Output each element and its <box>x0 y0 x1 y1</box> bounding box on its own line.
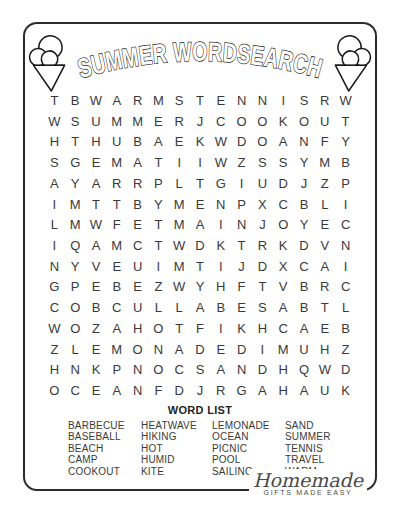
grid-cell: Z <box>314 173 335 194</box>
grid-cell: V <box>86 256 107 277</box>
grid-cell: H <box>210 277 231 298</box>
grid-cell: M <box>148 90 169 111</box>
grid-cell: M <box>106 235 127 256</box>
grid-cell: Q <box>65 235 86 256</box>
grid-cell: N <box>44 256 65 277</box>
grid-cell: O <box>252 131 273 152</box>
grid-cell: U <box>314 111 335 132</box>
grid-cell: Z <box>44 339 65 360</box>
word-list-item: HOT <box>141 443 197 454</box>
grid-cell: W <box>169 277 190 298</box>
grid-cell: Y <box>190 277 211 298</box>
grid-cell: M <box>169 194 190 215</box>
grid-cell: M <box>106 111 127 132</box>
grid-cell: W <box>86 214 107 235</box>
grid-cell: Z <box>86 318 107 339</box>
grid-cell: M <box>106 152 127 173</box>
grid-cell: E <box>148 111 169 132</box>
grid-cell: E <box>231 297 252 318</box>
word-list-item: HUMID <box>141 454 197 465</box>
grid-cell: F <box>190 318 211 339</box>
grid-cell: G <box>231 380 252 401</box>
grid-cell: M <box>65 194 86 215</box>
grid-cell: T <box>86 194 107 215</box>
grid-cell: X <box>252 194 273 215</box>
word-list-item: CAMP <box>68 454 125 465</box>
grid-cell: B <box>127 194 148 215</box>
grid-cell: A <box>273 297 294 318</box>
grid-cell: H <box>127 318 148 339</box>
grid-cell: K <box>273 235 294 256</box>
grid-cell: L <box>148 297 169 318</box>
grid-cell: T <box>148 214 169 235</box>
grid-cell: N <box>252 90 273 111</box>
word-list-column: HEATWAVEHIKINGHOTHUMIDKITE <box>141 420 197 477</box>
grid-cell: C <box>106 297 127 318</box>
grid-cell: T <box>231 235 252 256</box>
grid-cell: U <box>252 173 273 194</box>
title-arc: SUMMER WORDSEARCH <box>70 27 330 89</box>
grid-cell: D <box>252 256 273 277</box>
grid-cell: T <box>65 131 86 152</box>
ice-cream-cone-icon-left <box>26 33 73 94</box>
grid-cell: O <box>294 111 315 132</box>
grid-cell: B <box>335 318 356 339</box>
grid-cell: N <box>210 194 231 215</box>
grid-cell: T <box>169 318 190 339</box>
grid-cell: E <box>106 256 127 277</box>
grid-cell: X <box>273 256 294 277</box>
grid-cell: T <box>148 152 169 173</box>
grid-cell: R <box>314 277 335 298</box>
grid-cell: W <box>44 318 65 339</box>
grid-cell: M <box>273 339 294 360</box>
grid-cell: C <box>169 360 190 381</box>
grid-cell: T <box>252 277 273 298</box>
grid-cell: O <box>127 339 148 360</box>
grid-cell: A <box>86 235 107 256</box>
grid-cell: B <box>210 297 231 318</box>
grid-cell: F <box>231 277 252 298</box>
grid-cell: H <box>44 131 65 152</box>
grid-cell: G <box>210 173 231 194</box>
word-list-item: TENNIS <box>285 443 331 454</box>
grid-cell: N <box>335 235 356 256</box>
grid-cell: E <box>314 214 335 235</box>
grid-cell: A <box>294 318 315 339</box>
grid-cell: J <box>231 256 252 277</box>
grid-cell: P <box>106 360 127 381</box>
grid-cell: E <box>210 339 231 360</box>
grid-cell: I <box>335 256 356 277</box>
grid-cell: A <box>190 214 211 235</box>
grid-cell: D <box>335 360 356 381</box>
grid-cell: E <box>86 339 107 360</box>
grid-cell: O <box>65 297 86 318</box>
word-list-item: HEATWAVE <box>141 420 197 431</box>
grid-cell: N <box>65 360 86 381</box>
grid-cell: Y <box>294 152 315 173</box>
grid-cell: B <box>65 90 86 111</box>
grid-cell: A <box>106 90 127 111</box>
grid-cell: A <box>314 256 335 277</box>
word-list-item: BARBECUE <box>68 420 125 431</box>
grid-cell: U <box>127 297 148 318</box>
grid-cell: U <box>86 111 107 132</box>
grid-cell: D <box>190 235 211 256</box>
letter-grid: TBWARMSTENNISRWWSUMMERJCOOKOUTHTHUBAEKWD… <box>44 90 356 401</box>
grid-cell: C <box>127 235 148 256</box>
grid-cell: M <box>65 214 86 235</box>
grid-cell: L <box>65 339 86 360</box>
grid-cell: R <box>169 111 190 132</box>
grid-cell: Z <box>335 339 356 360</box>
grid-cell: K <box>273 111 294 132</box>
svg-text:SUMMER WORDSEARCH: SUMMER WORDSEARCH <box>74 37 325 84</box>
grid-cell: A <box>44 173 65 194</box>
grid-cell: L <box>169 297 190 318</box>
grid-cell: Y <box>294 214 315 235</box>
grid-cell: N <box>231 214 252 235</box>
grid-cell: W <box>335 90 356 111</box>
grid-cell: A <box>127 152 148 173</box>
grid-cell: S <box>252 152 273 173</box>
grid-cell: N <box>294 131 315 152</box>
worksheet-page: SUMMER WORDSEARCH TBWARMSTENNISRWWSUMMER… <box>0 0 400 518</box>
grid-cell: W <box>86 90 107 111</box>
word-list-item: OCEAN <box>212 431 270 442</box>
grid-cell: O <box>65 318 86 339</box>
grid-cell: Z <box>148 277 169 298</box>
grid-cell: O <box>252 111 273 132</box>
grid-cell: C <box>65 380 86 401</box>
grid-cell: J <box>190 380 211 401</box>
grid-cell: H <box>273 360 294 381</box>
grid-cell: B <box>127 131 148 152</box>
grid-cell: B <box>294 277 315 298</box>
grid-cell: T <box>335 111 356 132</box>
word-list-header: WORD LIST <box>23 404 377 416</box>
grid-cell: A <box>106 380 127 401</box>
grid-cell: H <box>314 339 335 360</box>
grid-cell: N <box>127 360 148 381</box>
grid-cell: D <box>231 131 252 152</box>
grid-cell: A <box>148 131 169 152</box>
grid-cell: U <box>106 131 127 152</box>
grid-cell: S <box>190 360 211 381</box>
grid-cell: S <box>169 90 190 111</box>
grid-cell: I <box>210 214 231 235</box>
grid-cell: H <box>252 318 273 339</box>
ice-cream-cone-icon-right <box>328 33 375 94</box>
grid-cell: A <box>210 360 231 381</box>
grid-cell: C <box>335 277 356 298</box>
grid-cell: D <box>190 339 211 360</box>
grid-cell: P <box>65 277 86 298</box>
word-list-item: POOL <box>212 454 270 465</box>
grid-cell: I <box>210 256 231 277</box>
grid-cell: Y <box>65 256 86 277</box>
grid-cell: L <box>335 297 356 318</box>
grid-cell: S <box>294 90 315 111</box>
word-list-item: COOKOUT <box>68 466 125 477</box>
grid-cell: I <box>190 152 211 173</box>
grid-cell: C <box>210 111 231 132</box>
word-list-item: SAND <box>285 420 331 431</box>
grid-cell: T <box>148 235 169 256</box>
grid-cell: W <box>44 111 65 132</box>
grid-cell: A <box>169 339 190 360</box>
grid-cell: I <box>273 90 294 111</box>
grid-cell: E <box>210 90 231 111</box>
grid-cell: B <box>294 194 315 215</box>
grid-cell: O <box>231 111 252 132</box>
grid-cell: S <box>252 297 273 318</box>
grid-cell: F <box>148 380 169 401</box>
grid-cell: H <box>44 360 65 381</box>
grid-cell: T <box>190 256 211 277</box>
word-list-item: KITE <box>141 466 197 477</box>
word-list-item: SUMMER <box>285 431 331 442</box>
grid-cell: M <box>169 214 190 235</box>
grid-cell: I <box>252 339 273 360</box>
grid-cell: Z <box>231 152 252 173</box>
word-list-item: HIKING <box>141 431 197 442</box>
grid-cell: N <box>148 339 169 360</box>
grid-cell: B <box>335 152 356 173</box>
grid-cell: J <box>190 111 211 132</box>
grid-cell: L <box>169 173 190 194</box>
grid-cell: Y <box>148 194 169 215</box>
grid-cell: I <box>210 318 231 339</box>
grid-cell: F <box>106 214 127 235</box>
grid-cell: V <box>314 235 335 256</box>
grid-cell: B <box>106 277 127 298</box>
grid-cell: R <box>127 90 148 111</box>
grid-cell: I <box>44 194 65 215</box>
grid-cell: M <box>169 256 190 277</box>
grid-cell: E <box>86 380 107 401</box>
grid-cell: J <box>252 214 273 235</box>
grid-cell: D <box>231 339 252 360</box>
grid-cell: M <box>127 111 148 132</box>
grid-cell: C <box>44 297 65 318</box>
grid-cell: M <box>314 152 335 173</box>
grid-cell: K <box>335 380 356 401</box>
grid-cell: S <box>273 152 294 173</box>
word-list-item: BASEBALL <box>68 431 125 442</box>
grid-cell: T <box>106 194 127 215</box>
grid-cell: E <box>86 277 107 298</box>
brand-logo: Homemade GIFTS MADE EASY <box>249 469 367 505</box>
grid-cell: R <box>127 173 148 194</box>
title-banner: SUMMER WORDSEARCH <box>28 27 372 91</box>
brand-tagline: GIFTS MADE EASY <box>249 489 367 496</box>
grid-cell: K <box>231 318 252 339</box>
grid-cell: Q <box>294 360 315 381</box>
grid-cell: D <box>294 235 315 256</box>
grid-cell: U <box>294 339 315 360</box>
grid-cell: K <box>210 235 231 256</box>
word-list-item: TRAVEL <box>285 454 331 465</box>
grid-cell: P <box>148 173 169 194</box>
grid-cell: R <box>106 173 127 194</box>
grid-cell: E <box>86 152 107 173</box>
grid-cell: N <box>231 360 252 381</box>
grid-cell: T <box>190 173 211 194</box>
grid-cell: A <box>190 297 211 318</box>
grid-cell: T <box>44 90 65 111</box>
grid-cell: A <box>106 318 127 339</box>
grid-cell: C <box>273 194 294 215</box>
grid-cell: T <box>190 90 211 111</box>
grid-cell: R <box>210 380 231 401</box>
grid-cell: W <box>210 131 231 152</box>
grid-cell: E <box>127 214 148 235</box>
grid-cell: A <box>294 380 315 401</box>
page-title: SUMMER WORDSEARCH <box>74 37 325 84</box>
grid-cell: O <box>273 214 294 235</box>
grid-cell: B <box>294 297 315 318</box>
grid-cell: B <box>86 297 107 318</box>
grid-cell: U <box>314 380 335 401</box>
word-list-column: BARBECUEBASEBALLBEACHCAMPCOOKOUT <box>68 420 125 477</box>
grid-cell: I <box>44 235 65 256</box>
grid-cell: O <box>148 318 169 339</box>
grid-cell: E <box>169 131 190 152</box>
grid-cell: A <box>273 131 294 152</box>
grid-cell: E <box>127 277 148 298</box>
grid-cell: Y <box>65 173 86 194</box>
grid-cell: A <box>86 173 107 194</box>
grid-cell: F <box>314 131 335 152</box>
grid-cell: H <box>86 131 107 152</box>
grid-cell: L <box>44 214 65 235</box>
grid-cell: S <box>44 152 65 173</box>
grid-cell: N <box>127 380 148 401</box>
word-list-item: LEMONADE <box>212 420 270 431</box>
grid-cell: D <box>252 360 273 381</box>
grid-cell: E <box>190 194 211 215</box>
grid-cell: P <box>335 173 356 194</box>
grid-cell: I <box>169 152 190 173</box>
brand-name: Homemade <box>249 470 367 490</box>
word-list-item: BEACH <box>68 443 125 454</box>
grid-cell: V <box>273 277 294 298</box>
grid-cell: D <box>169 380 190 401</box>
grid-cell: U <box>127 256 148 277</box>
word-list-item: PICNIC <box>212 443 270 454</box>
grid-cell: O <box>44 380 65 401</box>
grid-cell: R <box>252 235 273 256</box>
grid-cell: D <box>273 173 294 194</box>
grid-cell: M <box>106 339 127 360</box>
grid-cell: T <box>314 297 335 318</box>
grid-cell: G <box>65 152 86 173</box>
grid-cell: I <box>231 173 252 194</box>
grid-cell: W <box>210 152 231 173</box>
grid-cell: W <box>314 360 335 381</box>
grid-cell: I <box>335 194 356 215</box>
grid-cell: C <box>335 214 356 235</box>
grid-cell: A <box>252 380 273 401</box>
grid-cell: H <box>273 380 294 401</box>
grid-cell: J <box>294 173 315 194</box>
grid-cell: W <box>169 235 190 256</box>
grid-cell: L <box>314 194 335 215</box>
grid-cell: S <box>65 111 86 132</box>
grid-cell: G <box>44 277 65 298</box>
grid-cell: O <box>148 360 169 381</box>
grid-cell: I <box>148 256 169 277</box>
grid-cell: C <box>294 256 315 277</box>
grid-cell: Y <box>335 131 356 152</box>
grid-cell: P <box>231 194 252 215</box>
grid-cell: K <box>86 360 107 381</box>
grid-cell: E <box>314 318 335 339</box>
grid-cell: C <box>273 318 294 339</box>
grid-cell: R <box>314 90 335 111</box>
grid-cell: N <box>231 90 252 111</box>
grid-cell: K <box>190 131 211 152</box>
